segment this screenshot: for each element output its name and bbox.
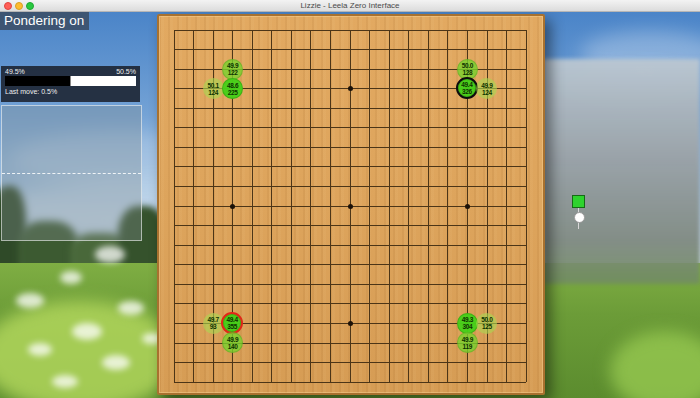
star-point: [348, 204, 353, 209]
white-stone-indicator: [574, 212, 585, 223]
grid-line: [526, 30, 527, 382]
winrate-bar-black: [5, 76, 70, 86]
main-area: Pondering on 49.5% 50.5% Last move: 0.5%…: [0, 11, 700, 398]
suggestion-winrate: 50.0: [462, 62, 473, 69]
go-board[interactable]: 49.912250.112448.622550.012849.432649.91…: [157, 14, 545, 395]
suggestion-Q16[interactable]: 49.4326: [456, 77, 478, 99]
star-point: [230, 204, 235, 209]
suggestion-winrate: 49.3: [462, 316, 473, 323]
suggestion-visits: 119: [463, 343, 473, 350]
suggestion-D4[interactable]: 49.4355: [221, 312, 243, 334]
suggestion-winrate: 49.9: [462, 336, 473, 343]
suggestion-winrate: 50.1: [207, 82, 218, 89]
grid-line: [174, 362, 526, 363]
suggestion-visits: 122: [228, 69, 238, 76]
suggestion-Q3[interactable]: 49.9119: [457, 332, 478, 353]
suggestion-visits: 124: [208, 89, 218, 96]
grid-line: [369, 30, 370, 382]
suggestion-R16[interactable]: 49.9124: [476, 78, 497, 99]
grid-line: [428, 30, 429, 382]
suggestion-R4[interactable]: 50.0125: [476, 313, 497, 334]
suggestion-visits: 225: [228, 89, 238, 96]
titlebar: Lizzie - Leela Zero Interface: [0, 0, 700, 12]
suggestion-visits: 304: [462, 323, 472, 330]
suggestion-visits: 140: [228, 343, 238, 350]
flower: [102, 355, 130, 370]
suggestion-D16[interactable]: 48.6225: [222, 78, 243, 99]
background-right-blur: [543, 59, 700, 284]
star-point: [465, 204, 470, 209]
flower: [60, 271, 82, 284]
grid-line: [174, 382, 526, 383]
winrate-graph-baseline: [2, 173, 141, 174]
suggestion-winrate: 48.6: [227, 82, 238, 89]
suggestion-visits: 125: [482, 323, 492, 330]
flower: [72, 323, 102, 340]
suggestion-visits: 128: [462, 69, 472, 76]
suggestion-winrate: 49.9: [227, 62, 238, 69]
suggestion-winrate: 49.7: [207, 316, 218, 323]
grid-line: [174, 264, 526, 265]
app-window: Lizzie - Leela Zero Interface Pondering …: [0, 0, 700, 398]
suggestion-winrate: 49.4: [461, 81, 472, 88]
suggestion-winrate: 49.9: [227, 336, 238, 343]
flower: [52, 375, 78, 388]
suggestion-Q4[interactable]: 49.3304: [457, 313, 478, 334]
suggestion-C16[interactable]: 50.1124: [203, 78, 224, 99]
last-move-label: Last move: 0.5%: [1, 86, 140, 97]
winrate-graph-panel: [1, 105, 142, 241]
flower: [16, 293, 44, 308]
suggestion-visits: 93: [210, 323, 217, 330]
grid-line: [506, 30, 507, 382]
suggestion-winrate: 49.4: [226, 316, 237, 323]
suggestion-winrate: 49.9: [481, 82, 492, 89]
black-winrate-label: 49.5%: [5, 68, 25, 75]
suggestion-visits: 355: [227, 323, 237, 330]
green-square-indicator: [572, 195, 585, 208]
grid-line: [447, 30, 448, 382]
white-winrate-label: 50.5%: [116, 68, 136, 75]
star-point: [348, 86, 353, 91]
window-title: Lizzie - Leela Zero Interface: [0, 1, 700, 10]
suggestion-D17[interactable]: 49.9122: [222, 59, 243, 80]
star-point: [348, 321, 353, 326]
grid-line: [389, 30, 390, 382]
winrate-bar: [5, 76, 136, 86]
grid-line: [174, 284, 526, 285]
winrate-bar-white: [70, 76, 136, 86]
suggestion-D3[interactable]: 49.9140: [222, 332, 243, 353]
winrate-panel: 49.5% 50.5% Last move: 0.5%: [1, 66, 140, 102]
grid-line: [174, 225, 526, 226]
flower: [118, 301, 144, 315]
pondering-status: Pondering on: [0, 12, 89, 30]
suggestion-visits: 326: [462, 88, 472, 95]
grid-line: [174, 245, 526, 246]
grid-line: [408, 30, 409, 382]
suggestion-winrate: 50.0: [481, 316, 492, 323]
suggestion-visits: 124: [482, 89, 492, 96]
flower: [95, 246, 125, 263]
flower: [28, 343, 52, 356]
grid-line: [174, 303, 526, 304]
